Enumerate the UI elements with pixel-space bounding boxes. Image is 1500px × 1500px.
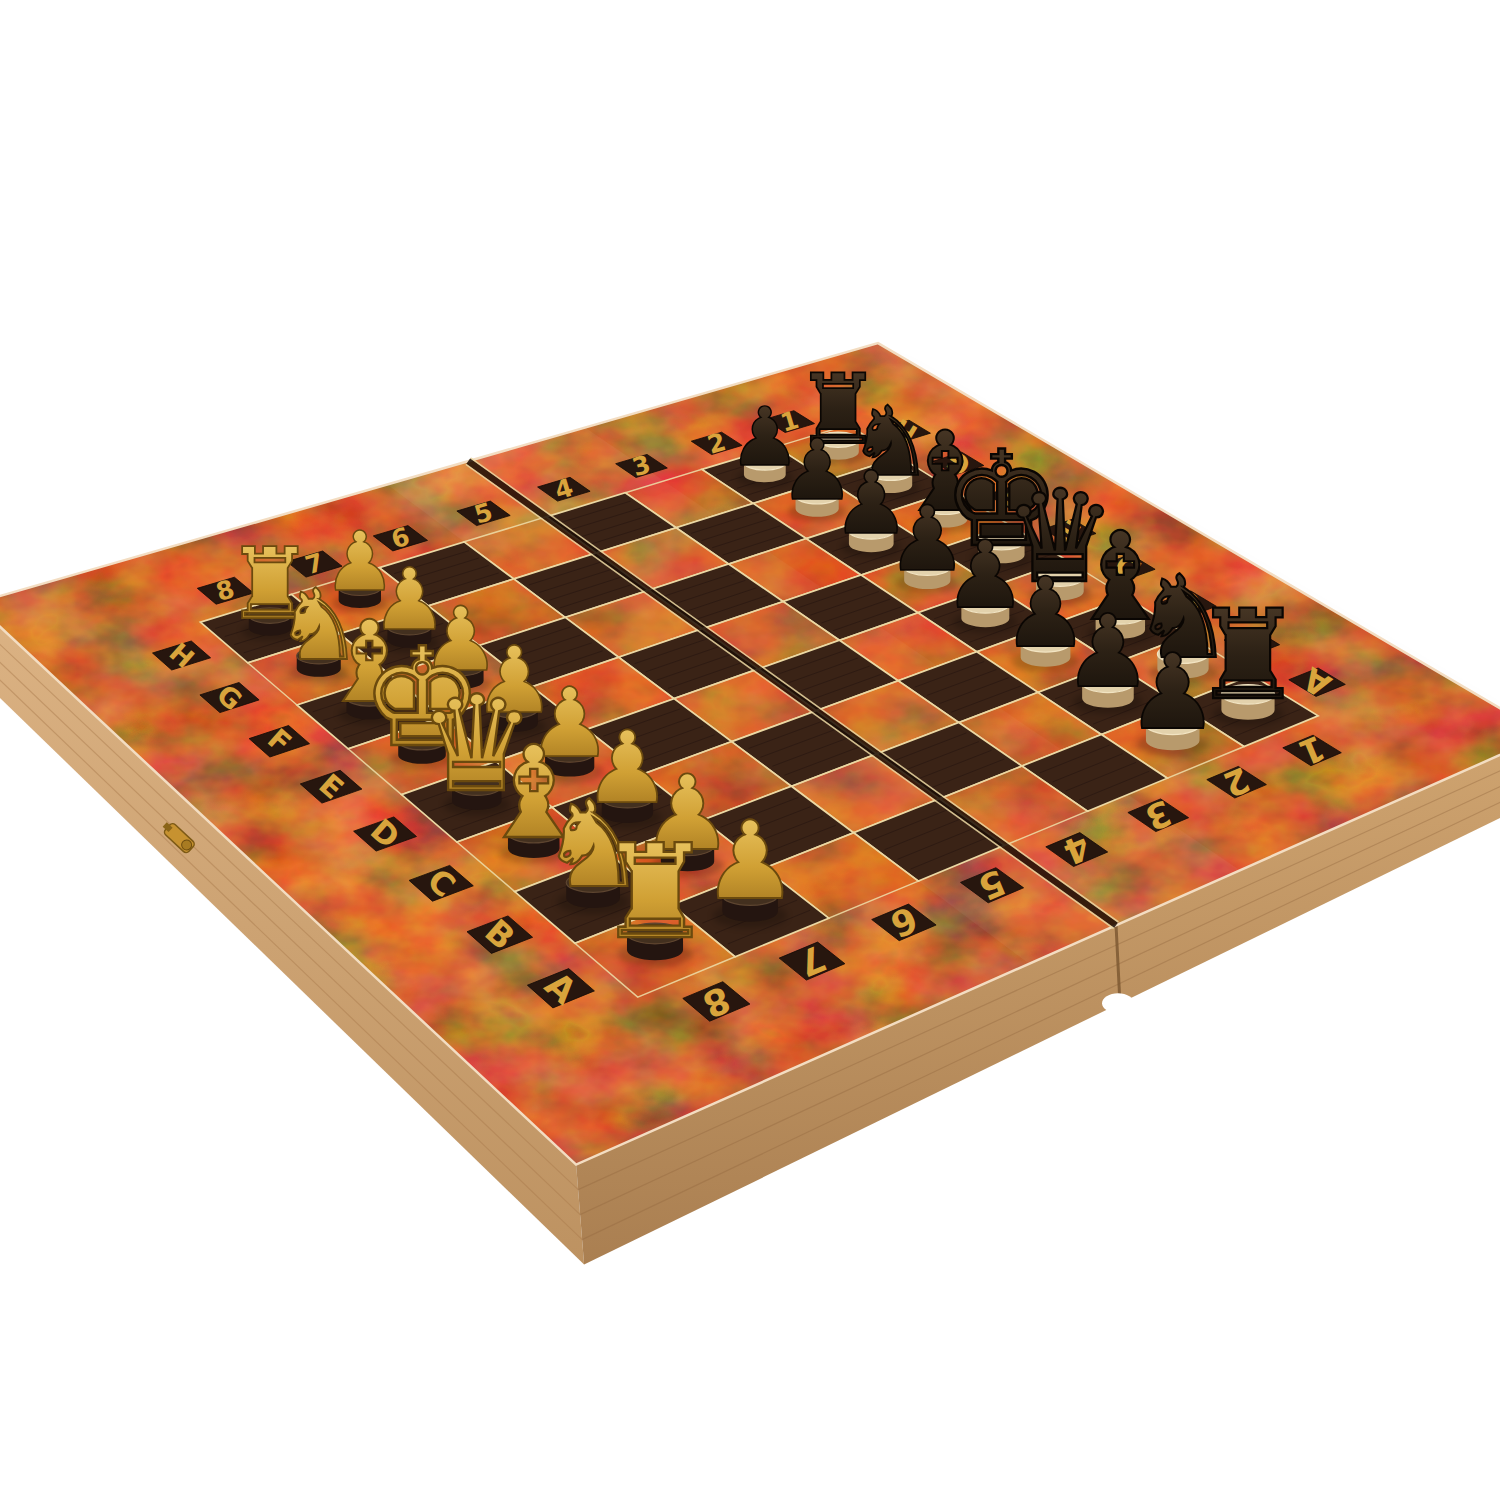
piece-glyph-pawn: ♟ (1126, 631, 1219, 753)
product-photo: AABBCCDDEEFFGGHH1122334455667788 ♜♟♞♟♝♟♚… (0, 0, 1500, 1500)
piece-glyph-rook: ♜ (597, 816, 714, 968)
piece-gold-rook-a8: ♜ (597, 816, 714, 968)
seam-finger-notch (1102, 993, 1134, 1013)
piece-gold-pawn-a7: ♟ (702, 798, 799, 928)
piece-bronze-pawn-a2: ♟ (1126, 631, 1219, 757)
chessboard-svg: AABBCCDDEEFFGGHH1122334455667788 ♜♟♞♟♝♟♚… (0, 0, 1500, 1500)
piece-glyph-pawn: ♟ (702, 798, 799, 923)
